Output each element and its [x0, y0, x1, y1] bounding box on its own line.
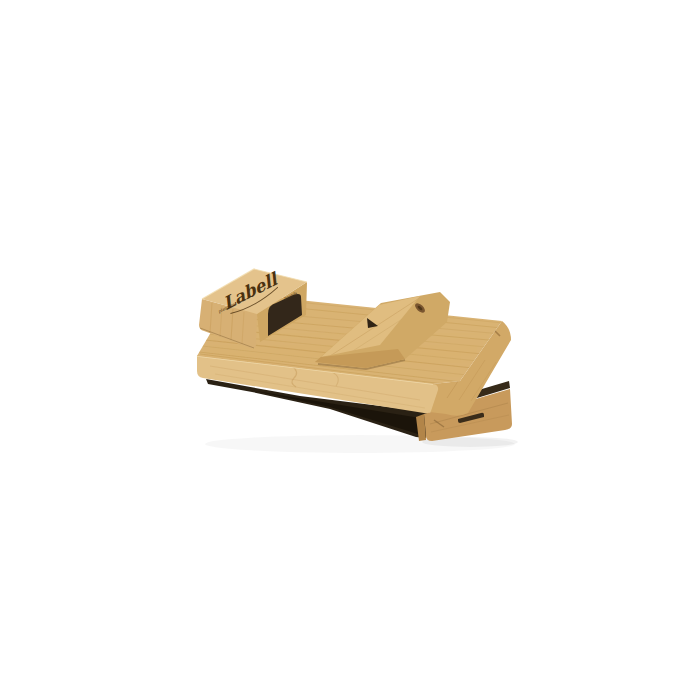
- page-background: Labell planches boards: [0, 0, 700, 700]
- product-photo: Labell planches boards: [0, 0, 700, 700]
